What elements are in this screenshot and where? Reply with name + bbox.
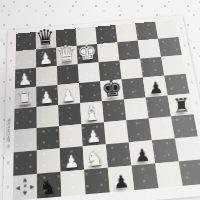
rank-label: 8: [10, 41, 12, 45]
square-a3[interactable]: [14, 128, 37, 152]
piece-white-pawn-d3[interactable]: ♟: [85, 128, 101, 146]
square-h6[interactable]: [161, 55, 186, 76]
square-f6[interactable]: [119, 59, 142, 80]
rank-label: 1: [6, 184, 9, 190]
square-g5[interactable]: ♟: [143, 76, 168, 98]
square-h3[interactable]: [171, 114, 198, 138]
square-c4[interactable]: [58, 103, 81, 126]
square-e2[interactable]: [106, 142, 132, 167]
rank-label: 6: [187, 62, 190, 66]
square-f3[interactable]: [126, 118, 152, 142]
square-b2[interactable]: [37, 148, 61, 173]
square-d7[interactable]: ♚: [77, 44, 99, 64]
square-d2[interactable]: ♞: [83, 144, 108, 169]
rank-label: 5: [9, 96, 12, 101]
square-a2[interactable]: [13, 150, 37, 176]
logo-center: ◆: [24, 184, 27, 188]
square-h2[interactable]: [175, 136, 200, 161]
piece-white-bishop-d4[interactable]: ♝: [82, 102, 102, 124]
square-a4[interactable]: [14, 107, 36, 130]
square-g1[interactable]: [155, 161, 183, 188]
piece-white-pawn-c5[interactable]: ♟: [61, 88, 77, 105]
square-e3[interactable]: [104, 120, 129, 144]
piece-white-king-d7[interactable]: ♚: [76, 40, 97, 64]
square-c2[interactable]: ♟: [60, 146, 84, 171]
square-e5[interactable]: ♚: [100, 79, 124, 101]
square-b7[interactable]: ♟: [36, 48, 57, 68]
square-f5[interactable]: [122, 77, 146, 99]
square-a6[interactable]: ♟: [15, 68, 36, 89]
piece-black-pawn-g5[interactable]: ♟: [148, 80, 164, 97]
piece-white-pawn-b5[interactable]: ♟: [39, 89, 55, 106]
rank-label: 6: [9, 77, 12, 82]
logo-arrow-s: ▼: [23, 190, 27, 196]
square-a5[interactable]: ♜: [15, 87, 37, 109]
square-c5[interactable]: ♟: [58, 83, 81, 105]
square-h1[interactable]: [179, 159, 200, 185]
square-b4[interactable]: [36, 105, 59, 128]
piece-white-queen-c7[interactable]: ♛: [56, 42, 78, 66]
square-h4[interactable]: ♜: [168, 94, 194, 117]
square-e8[interactable]: [95, 25, 117, 44]
rank-label: 5: [191, 80, 194, 85]
square-h7[interactable]: [158, 37, 182, 57]
square-f2[interactable]: ♟: [129, 140, 155, 165]
rank-label: 4: [195, 100, 199, 105]
chess-mat: 87654321 87654321 ©USCHESS ♛♟♛♚♟♜♟♟♚♟♝♜♟…: [3, 15, 200, 200]
square-b8[interactable]: ♛: [36, 30, 56, 49]
board-tilt-wrap: 87654321 87654321 ©USCHESS ♛♟♛♚♟♜♟♟♚♟♝♜♟…: [3, 15, 200, 200]
board-grid: ♛♟♛♚♟♜♟♟♚♟♝♜♟♟♞♟▲▶▼◀◆♞♟: [13, 20, 200, 200]
square-g3[interactable]: [149, 116, 175, 140]
square-d6[interactable]: [78, 62, 100, 83]
rank-label: 8: [180, 26, 183, 30]
rank-label: 3: [199, 121, 200, 126]
piece-white-knight-d2[interactable]: ♞: [85, 148, 105, 170]
square-e4[interactable]: [102, 99, 126, 122]
photo-scene: 87654321 87654321 ©USCHESS ♛♟♛♚♟♜♟♟♚♟♝♜♟…: [0, 0, 200, 200]
square-d3[interactable]: ♟: [81, 122, 105, 146]
square-b3[interactable]: [37, 126, 60, 150]
square-e1[interactable]: ♟: [108, 166, 134, 193]
square-f4[interactable]: [124, 97, 149, 120]
logo-arrow-n: ▲: [23, 177, 27, 183]
square-b6[interactable]: [36, 66, 57, 87]
piece-black-queen-b8[interactable]: ♛: [35, 26, 56, 49]
square-h5[interactable]: [164, 74, 189, 96]
square-d1[interactable]: [84, 168, 110, 195]
square-f7[interactable]: [117, 41, 140, 61]
piece-white-rook-a5[interactable]: ♜: [15, 88, 34, 108]
rank-label: 2: [7, 160, 10, 166]
square-a1[interactable]: ▲▶▼◀◆: [13, 174, 37, 200]
rank-label: 7: [10, 59, 12, 63]
square-c1[interactable]: [61, 170, 86, 197]
square-b5[interactable]: ♟: [36, 85, 58, 107]
logo-arrow-e: ▶: [30, 183, 34, 189]
square-h8[interactable]: [155, 20, 178, 39]
square-b1[interactable]: ♞: [37, 172, 61, 199]
board-rotation-wrap: 87654321 87654321 ©USCHESS ♛♟♛♚♟♜♟♟♚♟♝♜♟…: [0, 0, 200, 200]
piece-black-rook-h4[interactable]: ♜: [172, 95, 191, 116]
square-a7[interactable]: [15, 49, 36, 69]
piece-black-pawn-e1[interactable]: ♟: [113, 173, 130, 192]
logo-arrow-w: ◀: [16, 184, 20, 190]
square-f1[interactable]: [131, 163, 158, 190]
piece-white-pawn-c2[interactable]: ♟: [63, 153, 80, 171]
square-a8[interactable]: [16, 32, 36, 51]
piece-black-pawn-f2[interactable]: ♟: [134, 147, 151, 165]
piece-black-king-e5[interactable]: ♚: [101, 76, 123, 101]
square-c3[interactable]: [59, 124, 83, 148]
piece-black-knight-b1[interactable]: ♞: [38, 176, 59, 198]
piece-white-pawn-b7[interactable]: ♟: [38, 51, 53, 67]
square-c6[interactable]: [57, 64, 79, 85]
square-c7[interactable]: ♛: [56, 46, 77, 66]
square-f8[interactable]: [115, 23, 137, 42]
us-chess-compass-logo: ▲▶▼◀◆: [17, 177, 33, 195]
square-e7[interactable]: [97, 42, 119, 62]
rank-label: 7: [183, 44, 186, 48]
square-d4[interactable]: ♝: [80, 101, 104, 124]
